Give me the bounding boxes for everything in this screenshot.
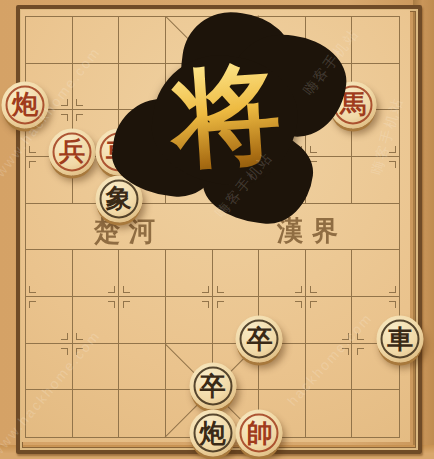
point-marker-corner [61,333,68,340]
point-marker-corner [295,286,302,293]
grid-cell [26,204,73,251]
point-marker-corner [342,333,349,340]
grid-cell [166,204,213,251]
piece-character: 卒 [200,373,226,399]
piece-black-soldier-1[interactable]: 卒 [236,316,283,363]
point-marker-corner [202,301,209,308]
point-marker-corner [61,99,68,106]
point-marker-corner [76,348,83,355]
point-marker-corner [29,301,36,308]
point-marker-corner [357,348,364,355]
point-marker-corner [76,114,83,121]
piece-black-soldier-2[interactable]: 卒 [189,363,236,410]
point-marker-corner [217,301,224,308]
point-marker-corner [76,333,83,340]
point-marker-corner [295,161,302,168]
point-marker-corner [295,146,302,153]
grid-cell [352,204,399,251]
river-label-right: 漢界 [277,213,347,250]
piece-red-cannon[interactable]: 炮 [2,81,49,128]
piece-red-horse[interactable]: 馬 [330,81,377,128]
point-marker-corner [310,146,317,153]
piece-character: 象 [106,186,132,212]
point-marker-corner [389,301,396,308]
xiangqi-board-screen: 楚河 漢界 士將炮馬兵車象卒車卒炮帥 将 www.hackhome.com嗨客手… [0,0,434,459]
point-marker-corner [217,286,224,293]
grid-cell [352,17,399,64]
point-marker-corner [108,301,115,308]
point-marker-corner [389,161,396,168]
piece-character: 炮 [12,92,38,118]
point-marker-corner [123,286,130,293]
point-marker-corner [76,99,83,106]
point-marker-corner [29,286,36,293]
piece-black-elephant[interactable]: 象 [95,175,142,222]
point-marker-corner [389,286,396,293]
point-marker-corner [61,114,68,121]
piece-red-soldier[interactable]: 兵 [48,128,95,175]
piece-character: 馬 [340,92,366,118]
piece-character: 卒 [246,326,272,352]
piece-character: 炮 [200,420,226,446]
grid-cell [306,17,353,64]
grid-cell [119,17,166,64]
grid-cell [306,390,353,437]
grid-cell [73,390,120,437]
grid-cell [352,390,399,437]
piece-character: 兵 [59,139,85,165]
point-marker-corner [29,146,36,153]
point-marker-corner [29,161,36,168]
point-marker-corner [310,161,317,168]
point-marker-corner [61,348,68,355]
point-marker-corner [310,301,317,308]
grid-cell [119,390,166,437]
piece-red-chariot[interactable]: 車 [95,128,142,175]
point-marker-corner [202,286,209,293]
point-marker-corner [389,146,396,153]
grid-cell [213,204,260,251]
point-marker-corner [357,333,364,340]
piece-black-cannon[interactable]: 炮 [189,410,236,457]
point-marker-corner [342,348,349,355]
check-character: 将 [163,54,291,188]
point-marker-corner [108,286,115,293]
piece-black-chariot[interactable]: 車 [377,316,424,363]
grid-cell [26,390,73,437]
point-marker-corner [295,301,302,308]
grid-cell [73,17,120,64]
piece-character: 車 [387,326,413,352]
piece-red-general[interactable]: 帥 [236,410,283,457]
point-marker-corner [123,301,130,308]
piece-character: 車 [106,139,132,165]
point-marker-corner [310,286,317,293]
grid-cell [119,344,166,391]
piece-character: 帥 [246,420,272,446]
grid-cell [26,17,73,64]
